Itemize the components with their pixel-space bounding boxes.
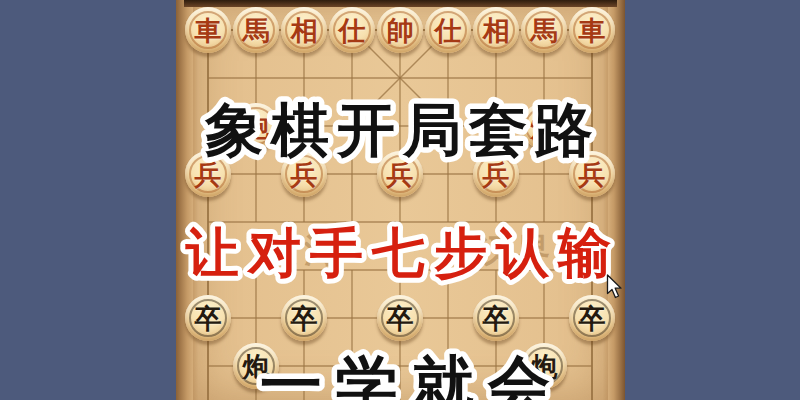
piece-red-炮[interactable]: 炮: [233, 103, 279, 149]
piece-character: 卒: [291, 305, 318, 332]
piece-red-帥[interactable]: 帥: [377, 7, 423, 53]
piece-red-車[interactable]: 車: [185, 7, 231, 53]
piece-red-車[interactable]: 車: [569, 7, 615, 53]
piece-character: 帥: [387, 17, 414, 44]
piece-character: 仕: [339, 17, 366, 44]
board-top-edge: [184, 0, 617, 7]
piece-red-兵[interactable]: 兵: [185, 151, 231, 197]
river-label-han: 汉界: [476, 228, 556, 274]
piece-character: 兵: [291, 161, 318, 188]
piece-character: 車: [195, 17, 222, 44]
piece-character: 卒: [387, 305, 414, 332]
piece-character: 炮: [243, 113, 270, 140]
piece-black-卒[interactable]: 卒: [473, 295, 519, 341]
piece-character: 兵: [483, 161, 510, 188]
piece-character: 兵: [579, 161, 606, 188]
piece-character: 炮: [243, 353, 270, 380]
piece-character: 相: [291, 17, 318, 44]
piece-red-兵[interactable]: 兵: [281, 151, 327, 197]
piece-red-兵[interactable]: 兵: [377, 151, 423, 197]
piece-red-兵[interactable]: 兵: [569, 151, 615, 197]
piece-black-卒[interactable]: 卒: [185, 295, 231, 341]
piece-character: 卒: [195, 305, 222, 332]
piece-character: 炮: [531, 113, 558, 140]
piece-character: 馬: [531, 17, 558, 44]
xiangqi-board[interactable]: 楚河 汉界 車馬相仕帥仕相馬車炮炮兵兵兵兵兵卒卒卒卒卒炮炮: [176, 0, 625, 400]
piece-character: 車: [579, 17, 606, 44]
piece-black-卒[interactable]: 卒: [281, 295, 327, 341]
piece-black-炮[interactable]: 炮: [233, 343, 279, 389]
mouse-cursor-icon: [606, 274, 624, 300]
river-label-chu: 楚河: [264, 228, 344, 274]
piece-red-仕[interactable]: 仕: [425, 7, 471, 53]
piece-red-馬[interactable]: 馬: [521, 7, 567, 53]
piece-character: 兵: [195, 161, 222, 188]
piece-character: 馬: [243, 17, 270, 44]
piece-character: 相: [483, 17, 510, 44]
piece-red-相[interactable]: 相: [281, 7, 327, 53]
piece-black-卒[interactable]: 卒: [569, 295, 615, 341]
piece-black-炮[interactable]: 炮: [521, 343, 567, 389]
app-screen: 楚河 汉界 車馬相仕帥仕相馬車炮炮兵兵兵兵兵卒卒卒卒卒炮炮 象棋开局套路 让对手…: [0, 0, 800, 400]
piece-black-卒[interactable]: 卒: [377, 295, 423, 341]
piece-character: 炮: [531, 353, 558, 380]
piece-red-炮[interactable]: 炮: [521, 103, 567, 149]
piece-red-兵[interactable]: 兵: [473, 151, 519, 197]
piece-red-相[interactable]: 相: [473, 7, 519, 53]
piece-character: 卒: [483, 305, 510, 332]
piece-red-仕[interactable]: 仕: [329, 7, 375, 53]
piece-character: 卒: [579, 305, 606, 332]
piece-character: 仕: [435, 17, 462, 44]
piece-character: 兵: [387, 161, 414, 188]
piece-red-馬[interactable]: 馬: [233, 7, 279, 53]
